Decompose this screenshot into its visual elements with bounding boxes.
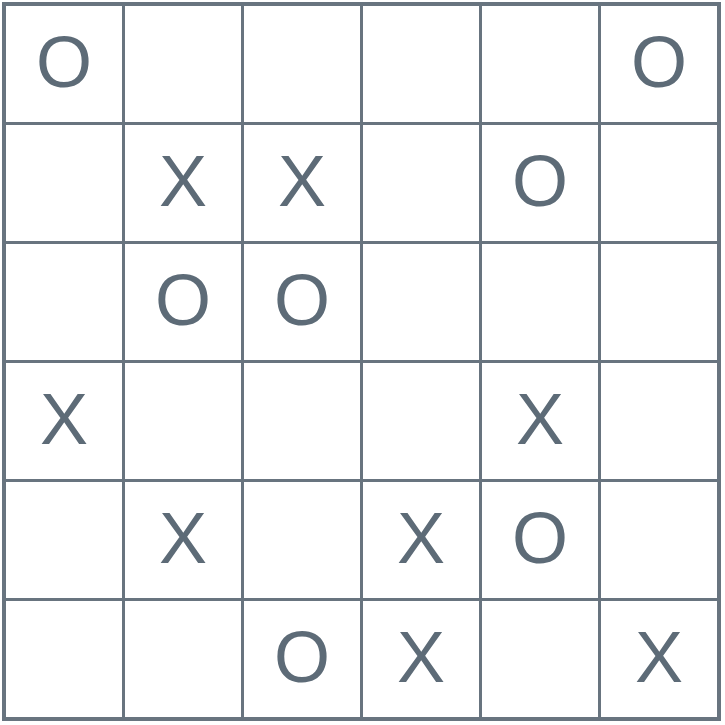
cell-r1c1[interactable]: O bbox=[6, 6, 122, 122]
cell-r4c6[interactable] bbox=[601, 363, 717, 479]
x-mark: X bbox=[635, 621, 683, 693]
cell-r3c5[interactable] bbox=[482, 244, 598, 360]
cell-r4c2[interactable] bbox=[125, 363, 241, 479]
cell-r4c4[interactable] bbox=[363, 363, 479, 479]
o-mark: O bbox=[512, 502, 568, 574]
o-mark: O bbox=[631, 26, 687, 98]
puzzle-stage: OOXXOOOXXXXOOXX bbox=[0, 0, 725, 725]
o-mark: O bbox=[155, 264, 211, 336]
o-mark: O bbox=[274, 621, 330, 693]
cell-r5c3[interactable] bbox=[244, 482, 360, 598]
cell-r4c3[interactable] bbox=[244, 363, 360, 479]
cell-r1c4[interactable] bbox=[363, 6, 479, 122]
cell-r5c2[interactable]: X bbox=[125, 482, 241, 598]
cell-r5c5[interactable]: O bbox=[482, 482, 598, 598]
cell-r1c6[interactable]: O bbox=[601, 6, 717, 122]
cell-r2c5[interactable]: O bbox=[482, 125, 598, 241]
cell-r2c4[interactable] bbox=[363, 125, 479, 241]
cell-r2c6[interactable] bbox=[601, 125, 717, 241]
x-mark: X bbox=[516, 383, 564, 455]
x-mark: X bbox=[40, 383, 88, 455]
cell-r1c5[interactable] bbox=[482, 6, 598, 122]
cell-r5c1[interactable] bbox=[6, 482, 122, 598]
cell-r1c3[interactable] bbox=[244, 6, 360, 122]
cell-r3c2[interactable]: O bbox=[125, 244, 241, 360]
cell-r6c4[interactable]: X bbox=[363, 601, 479, 717]
cell-r6c2[interactable] bbox=[125, 601, 241, 717]
x-mark: X bbox=[159, 502, 207, 574]
x-mark: X bbox=[397, 502, 445, 574]
o-mark: O bbox=[274, 264, 330, 336]
tic-tac-logic-board: OOXXOOOXXXXOOXX bbox=[2, 2, 721, 721]
cell-r3c6[interactable] bbox=[601, 244, 717, 360]
cell-r4c1[interactable]: X bbox=[6, 363, 122, 479]
x-mark: X bbox=[278, 145, 326, 217]
cell-r6c5[interactable] bbox=[482, 601, 598, 717]
cell-r6c3[interactable]: O bbox=[244, 601, 360, 717]
cell-r2c1[interactable] bbox=[6, 125, 122, 241]
o-mark: O bbox=[512, 145, 568, 217]
cell-r5c4[interactable]: X bbox=[363, 482, 479, 598]
cell-r6c6[interactable]: X bbox=[601, 601, 717, 717]
cell-r4c5[interactable]: X bbox=[482, 363, 598, 479]
o-mark: O bbox=[36, 26, 92, 98]
cell-r3c4[interactable] bbox=[363, 244, 479, 360]
cell-r1c2[interactable] bbox=[125, 6, 241, 122]
x-mark: X bbox=[397, 621, 445, 693]
cell-r5c6[interactable] bbox=[601, 482, 717, 598]
cell-r2c3[interactable]: X bbox=[244, 125, 360, 241]
cell-r3c3[interactable]: O bbox=[244, 244, 360, 360]
cell-r6c1[interactable] bbox=[6, 601, 122, 717]
cell-r2c2[interactable]: X bbox=[125, 125, 241, 241]
cell-r3c1[interactable] bbox=[6, 244, 122, 360]
x-mark: X bbox=[159, 145, 207, 217]
